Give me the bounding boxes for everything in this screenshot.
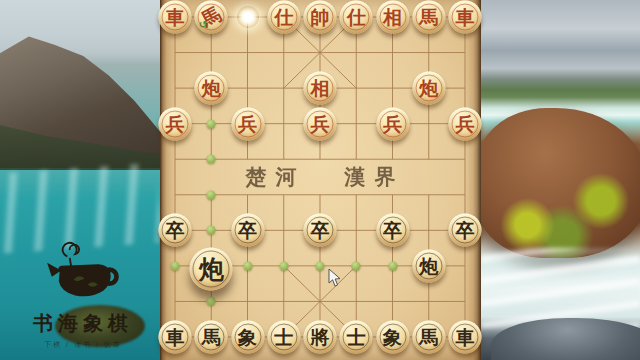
piece-red-0-5[interactable]: 仕: [340, 1, 373, 34]
river-label-left: 楚河: [237, 163, 306, 191]
piece-red-0-4[interactable]: 帥: [304, 1, 337, 34]
game-screen: 书海象棋 下棋 / 读书 / 饮茶 楚河 漢界 車 馬↺ 仕 帥 仕 相 馬 車…: [0, 0, 640, 360]
legal-move-dot[interactable]: [388, 261, 397, 270]
piece-black-9-3[interactable]: 士: [267, 320, 300, 353]
piece-black-9-5[interactable]: 士: [340, 320, 373, 353]
piece-black-9-8[interactable]: 車: [449, 320, 482, 353]
piece-red-0-7[interactable]: 馬: [412, 1, 445, 34]
legal-move-dot[interactable]: [207, 190, 216, 199]
river-label-right: 漢界: [336, 163, 405, 191]
xiangqi-board[interactable]: 楚河 漢界 車 馬↺ 仕 帥 仕 相 馬 車 炮 相 炮 兵 兵 兵 兵 兵 卒…: [160, 0, 481, 360]
legal-move-dot[interactable]: [207, 155, 216, 164]
piece-black-6-4[interactable]: 卒: [304, 214, 337, 247]
piece-red-0-8[interactable]: 車: [449, 1, 482, 34]
piece-black-9-0[interactable]: 車: [159, 320, 192, 353]
legal-move-dot[interactable]: [207, 297, 216, 306]
piece-black-9-2[interactable]: 象: [231, 320, 264, 353]
piece-red-3-0[interactable]: 兵: [159, 107, 192, 140]
piece-red-2-7[interactable]: 炮: [412, 72, 445, 105]
piece-red-3-2[interactable]: 兵: [231, 107, 264, 140]
water-streaks: [0, 163, 163, 254]
piece-black-6-0[interactable]: 卒: [159, 214, 192, 247]
legal-move-dot[interactable]: [352, 261, 361, 270]
piece-black-9-1[interactable]: 馬: [195, 320, 228, 353]
board-grid-lines: [160, 0, 481, 360]
waterfall-streaks: [481, 248, 640, 328]
piece-red-0-6[interactable]: 相: [376, 1, 409, 34]
piece-black-7-1[interactable]: 炮: [190, 247, 233, 290]
piece-black-6-2[interactable]: 卒: [231, 214, 264, 247]
piece-black-9-7[interactable]: 馬: [412, 320, 445, 353]
legal-move-dot[interactable]: [171, 261, 180, 270]
last-move-marker: [237, 6, 259, 28]
piece-red-2-1[interactable]: 炮: [195, 72, 228, 105]
capture-target-marker: ↺: [199, 20, 207, 30]
legal-move-dot[interactable]: [207, 226, 216, 235]
piece-black-7-7[interactable]: 炮: [412, 249, 445, 282]
piece-black-6-6[interactable]: 卒: [376, 214, 409, 247]
piece-red-0-1[interactable]: 馬↺: [195, 1, 228, 34]
piece-black-9-6[interactable]: 象: [376, 320, 409, 353]
legal-move-dot[interactable]: [316, 261, 325, 270]
piece-red-3-8[interactable]: 兵: [449, 107, 482, 140]
piece-red-2-4[interactable]: 相: [304, 72, 337, 105]
piece-black-9-4[interactable]: 將: [304, 320, 337, 353]
mossy-rock: [475, 108, 640, 258]
piece-red-3-4[interactable]: 兵: [304, 107, 337, 140]
piece-black-6-8[interactable]: 卒: [449, 214, 482, 247]
legal-move-dot[interactable]: [207, 119, 216, 128]
mossy-island: [55, 305, 145, 347]
piece-red-3-6[interactable]: 兵: [376, 107, 409, 140]
legal-move-dot[interactable]: [243, 261, 252, 270]
legal-move-dot[interactable]: [279, 261, 288, 270]
background-right-photo: [481, 0, 640, 360]
piece-red-0-3[interactable]: 仕: [267, 1, 300, 34]
background-left-photo: [0, 0, 160, 360]
piece-red-0-0[interactable]: 車: [159, 1, 192, 34]
